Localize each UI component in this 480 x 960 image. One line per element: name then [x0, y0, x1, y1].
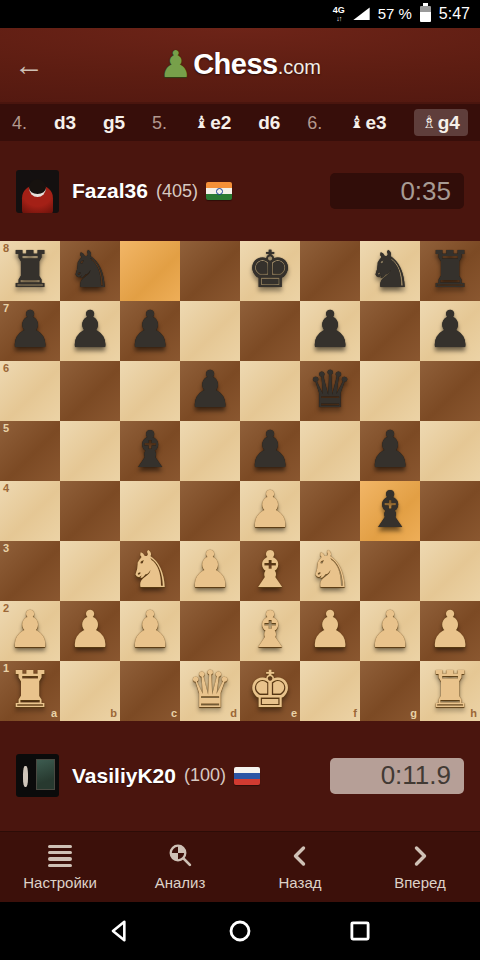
- square-d6[interactable]: ♟: [180, 361, 240, 421]
- square-c3[interactable]: ♞: [120, 541, 180, 601]
- signal-strength-icon: [353, 7, 370, 20]
- square-h8[interactable]: ♜: [420, 241, 480, 301]
- piece-black-pawn[interactable]: ♟: [420, 299, 480, 359]
- android-recents-button[interactable]: [330, 918, 390, 944]
- square-h6[interactable]: [420, 361, 480, 421]
- piece-white-king[interactable]: ♚: [240, 659, 300, 719]
- square-g4[interactable]: ♝: [360, 481, 420, 541]
- square-e4[interactable]: ♟: [240, 481, 300, 541]
- network-type-label: 4G: [333, 6, 345, 15]
- piece-black-rook[interactable]: ♜: [420, 239, 480, 299]
- piece-white-queen[interactable]: ♛: [180, 659, 240, 719]
- app-screen: 4G ↓↑ 57 % 5:47 ← ♟ Chess .com 4.d3g55.♝…: [0, 0, 480, 960]
- square-c1[interactable]: c: [120, 661, 180, 721]
- move-number: 4.: [12, 114, 27, 132]
- move-back-button[interactable]: Назад: [255, 843, 345, 891]
- square-a1[interactable]: 1a♜: [0, 661, 60, 721]
- player-bottom-name: VasiliyK20: [72, 764, 176, 788]
- square-a2[interactable]: 2♟: [0, 601, 60, 661]
- square-a6[interactable]: 6: [0, 361, 60, 421]
- piece-white-bishop[interactable]: ♝: [240, 539, 300, 599]
- square-e8[interactable]: ♚: [240, 241, 300, 301]
- chevron-right-icon: [409, 843, 431, 869]
- analysis-label: Анализ: [155, 874, 206, 891]
- move-g5[interactable]: g5: [103, 113, 125, 132]
- square-c6[interactable]: [120, 361, 180, 421]
- square-h3[interactable]: [420, 541, 480, 601]
- piece-black-pawn[interactable]: ♟: [120, 299, 180, 359]
- bishop-move-icon: ♝: [349, 114, 364, 131]
- square-g1[interactable]: g: [360, 661, 420, 721]
- file-label-g: g: [410, 708, 417, 719]
- network-arrows-icon: ↓↑: [336, 15, 341, 22]
- piece-black-knight[interactable]: ♞: [360, 239, 420, 299]
- square-c8[interactable]: [120, 241, 180, 301]
- square-d8[interactable]: [180, 241, 240, 301]
- settings-list-icon: [48, 843, 72, 869]
- player-bottom-info: VasiliyK20 (100): [72, 764, 260, 788]
- square-c5[interactable]: ♝: [120, 421, 180, 481]
- piece-white-bishop[interactable]: ♝: [240, 599, 300, 659]
- player-bottom-avatar[interactable]: [16, 754, 59, 797]
- square-e5[interactable]: ♟: [240, 421, 300, 481]
- square-f2[interactable]: ♟: [300, 601, 360, 661]
- battery-percent-label: 57 %: [378, 5, 412, 22]
- piece-black-bishop[interactable]: ♝: [120, 419, 180, 479]
- file-label-c: c: [171, 708, 177, 719]
- square-d1[interactable]: d♛: [180, 661, 240, 721]
- move-back-label: Назад: [279, 874, 322, 891]
- square-d2[interactable]: [180, 601, 240, 661]
- square-a5[interactable]: 5: [0, 421, 60, 481]
- piece-white-pawn[interactable]: ♟: [120, 599, 180, 659]
- move-g4[interactable]: ♗g4: [414, 109, 468, 136]
- square-d3[interactable]: ♟: [180, 541, 240, 601]
- square-d4[interactable]: [180, 481, 240, 541]
- player-top-clock: 0:35: [330, 173, 464, 209]
- piece-black-pawn[interactable]: ♟: [180, 359, 240, 419]
- square-b8[interactable]: ♞: [60, 241, 120, 301]
- piece-black-knight[interactable]: ♞: [60, 239, 120, 299]
- piece-black-bishop[interactable]: ♝: [360, 479, 420, 539]
- chesscom-logo: ♟ Chess .com: [159, 48, 321, 81]
- piece-white-rook[interactable]: ♜: [420, 659, 480, 719]
- piece-black-queen[interactable]: ♛: [300, 359, 360, 419]
- player-top-info: Fazal36 (405): [72, 179, 232, 203]
- square-e6[interactable]: [240, 361, 300, 421]
- move-number: 5.: [152, 114, 167, 132]
- player-bottom-row: VasiliyK20 (100) 0:11.9: [0, 721, 480, 831]
- bishop-move-icon: ♝: [194, 114, 209, 131]
- move-d3[interactable]: d3: [54, 113, 76, 132]
- square-e3[interactable]: ♝: [240, 541, 300, 601]
- android-back-button[interactable]: [90, 918, 150, 944]
- android-nav-bar: [0, 902, 480, 960]
- piece-white-pawn[interactable]: ♟: [60, 599, 120, 659]
- square-c2[interactable]: ♟: [120, 601, 180, 661]
- piece-white-pawn[interactable]: ♟: [420, 599, 480, 659]
- square-d5[interactable]: [180, 421, 240, 481]
- piece-black-pawn[interactable]: ♟: [60, 299, 120, 359]
- square-g5[interactable]: ♟: [360, 421, 420, 481]
- app-header: ← ♟ Chess .com: [0, 28, 480, 102]
- file-label-b: b: [110, 708, 117, 719]
- status-time-label: 5:47: [439, 5, 470, 23]
- piece-black-pawn[interactable]: ♟: [300, 299, 360, 359]
- piece-black-pawn[interactable]: ♟: [360, 419, 420, 479]
- move-list: 4.d3g55.♝e2d66.♝e3♗g4: [0, 104, 480, 142]
- square-b6[interactable]: [60, 361, 120, 421]
- player-top-avatar[interactable]: [16, 170, 59, 213]
- square-f8[interactable]: [300, 241, 360, 301]
- player-top-row: Fazal36 (405) 0:35: [0, 141, 480, 241]
- square-a3[interactable]: 3: [0, 541, 60, 601]
- square-f4[interactable]: [300, 481, 360, 541]
- piece-black-pawn[interactable]: ♟: [240, 419, 300, 479]
- square-a8[interactable]: 8♜: [0, 241, 60, 301]
- square-g2[interactable]: ♟: [360, 601, 420, 661]
- status-bar: 4G ↓↑ 57 % 5:47: [0, 0, 480, 28]
- piece-black-pawn[interactable]: ♟: [0, 299, 60, 359]
- square-d7[interactable]: [180, 301, 240, 361]
- square-g6[interactable]: [360, 361, 420, 421]
- square-g7[interactable]: [360, 301, 420, 361]
- piece-white-knight[interactable]: ♞: [300, 539, 360, 599]
- square-c4[interactable]: [120, 481, 180, 541]
- square-g8[interactable]: ♞: [360, 241, 420, 301]
- player-top-name: Fazal36: [72, 179, 148, 203]
- square-f5[interactable]: [300, 421, 360, 481]
- move-d6[interactable]: d6: [258, 113, 280, 132]
- piece-white-rook[interactable]: ♜: [0, 659, 60, 719]
- rank-label-6: 6: [3, 363, 9, 374]
- player-top-rating: (405): [156, 181, 198, 202]
- player-bottom-clock: 0:11.9: [330, 758, 464, 794]
- square-b4[interactable]: [60, 481, 120, 541]
- settings-label: Настройки: [23, 874, 97, 891]
- square-e2[interactable]: ♝: [240, 601, 300, 661]
- square-h5[interactable]: [420, 421, 480, 481]
- logo-com-text: .com: [278, 56, 321, 79]
- square-f6[interactable]: ♛: [300, 361, 360, 421]
- square-h1[interactable]: h♜: [420, 661, 480, 721]
- rank-label-5: 5: [3, 423, 9, 434]
- settings-button[interactable]: Настройки: [15, 843, 105, 891]
- square-h2[interactable]: ♟: [420, 601, 480, 661]
- piece-white-pawn[interactable]: ♟: [0, 599, 60, 659]
- square-f1[interactable]: f: [300, 661, 360, 721]
- square-b2[interactable]: ♟: [60, 601, 120, 661]
- square-b5[interactable]: [60, 421, 120, 481]
- square-b1[interactable]: b: [60, 661, 120, 721]
- analysis-button[interactable]: Анализ: [135, 843, 225, 891]
- move-forward-button[interactable]: Вперед: [375, 843, 465, 891]
- russia-flag-icon: [234, 767, 260, 785]
- square-c7[interactable]: ♟: [120, 301, 180, 361]
- android-home-button[interactable]: [210, 918, 270, 944]
- square-b7[interactable]: ♟: [60, 301, 120, 361]
- piece-white-knight[interactable]: ♞: [120, 539, 180, 599]
- battery-icon: [420, 6, 431, 22]
- player-bottom-clock-value: 0:11.9: [381, 760, 451, 791]
- square-g3[interactable]: [360, 541, 420, 601]
- player-bottom-rating: (100): [184, 765, 226, 786]
- square-a7[interactable]: 7♟: [0, 301, 60, 361]
- piece-black-rook[interactable]: ♜: [0, 239, 60, 299]
- rank-label-3: 3: [3, 543, 9, 554]
- square-f7[interactable]: ♟: [300, 301, 360, 361]
- move-e2[interactable]: ♝e2: [194, 113, 231, 132]
- bishop-move-icon: ♗: [422, 114, 437, 131]
- square-e1[interactable]: e♚: [240, 661, 300, 721]
- piece-white-pawn[interactable]: ♟: [240, 479, 300, 539]
- piece-white-pawn[interactable]: ♟: [180, 539, 240, 599]
- analysis-magnifier-icon: [168, 843, 193, 869]
- square-f3[interactable]: ♞: [300, 541, 360, 601]
- piece-white-pawn[interactable]: ♟: [300, 599, 360, 659]
- piece-white-pawn[interactable]: ♟: [360, 599, 420, 659]
- move-forward-label: Вперед: [394, 874, 446, 891]
- square-a4[interactable]: 4: [0, 481, 60, 541]
- square-e7[interactable]: [240, 301, 300, 361]
- india-flag-icon: [206, 182, 232, 200]
- square-h4[interactable]: [420, 481, 480, 541]
- chess-board: 8♜♞♚♞♜7♟♟♟♟♟6♟♛5♝♟♟4♟♝3♞♟♝♞2♟♟♟♝♟♟♟1a♜bc…: [0, 241, 480, 721]
- logo-chess-text: Chess: [193, 48, 278, 81]
- network-type-icon: 4G ↓↑: [333, 6, 345, 22]
- bottom-toolbar: Настройки Анализ Назад: [0, 831, 480, 903]
- move-e3[interactable]: ♝e3: [349, 113, 386, 132]
- piece-black-king[interactable]: ♚: [240, 239, 300, 299]
- move-number: 6.: [307, 114, 322, 132]
- player-top-clock-value: 0:35: [400, 176, 451, 207]
- rank-label-4: 4: [3, 483, 9, 494]
- square-b3[interactable]: [60, 541, 120, 601]
- chevron-left-icon: [289, 843, 311, 869]
- file-label-f: f: [353, 708, 357, 719]
- square-h7[interactable]: ♟: [420, 301, 480, 361]
- back-arrow-icon[interactable]: ←: [14, 50, 44, 80]
